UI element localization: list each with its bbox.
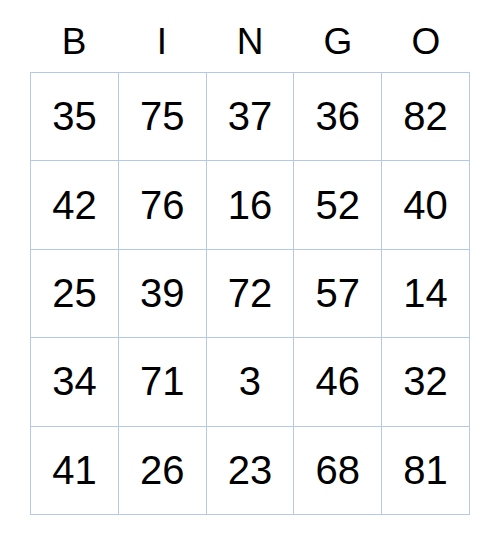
bingo-cell-r1c3[interactable]: 37 <box>207 73 295 161</box>
bingo-cell-r1c5[interactable]: 82 <box>382 73 470 161</box>
bingo-cell-r3c2[interactable]: 39 <box>119 250 207 338</box>
bingo-header-row: B I N G O <box>30 0 470 72</box>
header-letter-n: N <box>206 0 294 72</box>
bingo-cell-r3c5[interactable]: 14 <box>382 250 470 338</box>
bingo-cell-r5c4[interactable]: 68 <box>294 427 382 515</box>
header-letter-g: G <box>294 0 382 72</box>
bingo-board: 35 75 37 36 82 42 76 16 52 40 25 39 72 5… <box>30 72 470 515</box>
bingo-cell-r4c1[interactable]: 34 <box>31 338 119 426</box>
bingo-cell-r2c1[interactable]: 42 <box>31 161 119 249</box>
header-letter-b: B <box>30 0 118 72</box>
bingo-cell-r4c3[interactable]: 3 <box>207 338 295 426</box>
bingo-cell-r3c4[interactable]: 57 <box>294 250 382 338</box>
bingo-cell-r5c2[interactable]: 26 <box>119 427 207 515</box>
bingo-cell-r2c5[interactable]: 40 <box>382 161 470 249</box>
bingo-cell-r5c1[interactable]: 41 <box>31 427 119 515</box>
bingo-cell-r5c5[interactable]: 81 <box>382 427 470 515</box>
header-letter-o: O <box>382 0 470 72</box>
bingo-cell-r1c1[interactable]: 35 <box>31 73 119 161</box>
header-letter-i: I <box>118 0 206 72</box>
bingo-cell-r5c3[interactable]: 23 <box>207 427 295 515</box>
bingo-cell-r2c4[interactable]: 52 <box>294 161 382 249</box>
bingo-cell-r4c5[interactable]: 32 <box>382 338 470 426</box>
bingo-cell-r2c3[interactable]: 16 <box>207 161 295 249</box>
bingo-cell-r3c1[interactable]: 25 <box>31 250 119 338</box>
bingo-cell-r1c4[interactable]: 36 <box>294 73 382 161</box>
bingo-cell-r3c3[interactable]: 72 <box>207 250 295 338</box>
bingo-cell-r4c2[interactable]: 71 <box>119 338 207 426</box>
bingo-cell-r4c4[interactable]: 46 <box>294 338 382 426</box>
bingo-cell-r1c2[interactable]: 75 <box>119 73 207 161</box>
bingo-cell-r2c2[interactable]: 76 <box>119 161 207 249</box>
